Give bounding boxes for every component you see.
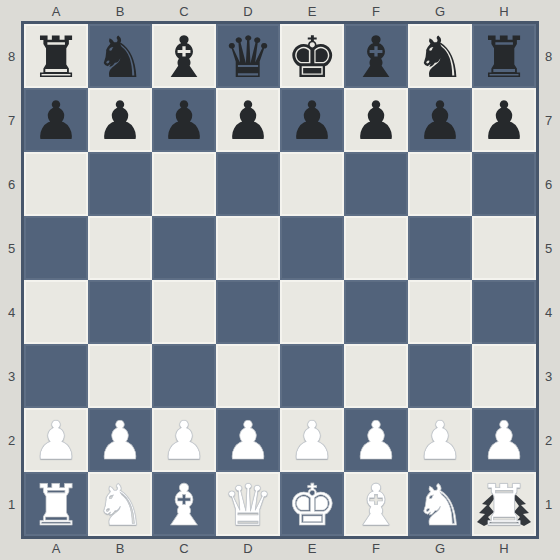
- piece-white-king: ♚: [286, 473, 337, 536]
- rank-label-7-right: 7: [539, 88, 558, 152]
- square-f6[interactable]: [344, 152, 408, 216]
- square-d6[interactable]: [216, 152, 280, 216]
- piece-black-king: ♚: [286, 25, 337, 88]
- square-h6[interactable]: [472, 152, 536, 216]
- square-d3[interactable]: [216, 344, 280, 408]
- file-label-b-top: B: [88, 2, 152, 21]
- rank-label-7-left: 7: [2, 88, 21, 152]
- file-label-f-bottom: F: [344, 539, 408, 558]
- piece-white-knight: ♞: [414, 473, 465, 536]
- square-e2[interactable]: ♟: [280, 408, 344, 472]
- square-d2[interactable]: ♟: [216, 408, 280, 472]
- square-b6[interactable]: [88, 152, 152, 216]
- square-d7[interactable]: ♟: [216, 88, 280, 152]
- square-g1[interactable]: ♞: [408, 472, 472, 536]
- piece-white-bishop: ♝: [158, 473, 209, 536]
- rank-label-3-left: 3: [2, 344, 21, 408]
- square-e5[interactable]: [280, 216, 344, 280]
- piece-white-knight: ♞: [94, 473, 145, 536]
- rank-labels-left: 87654321: [2, 24, 21, 536]
- piece-white-pawn: ♟: [96, 409, 144, 472]
- piece-white-pawn: ♟: [352, 409, 400, 472]
- piece-black-pawn: ♟: [352, 89, 400, 152]
- square-c2[interactable]: ♟: [152, 408, 216, 472]
- file-label-a-top: A: [24, 2, 88, 21]
- file-label-b-bottom: B: [88, 539, 152, 558]
- square-d1[interactable]: ♛: [216, 472, 280, 536]
- file-labels-top: ABCDEFGH: [24, 2, 536, 21]
- square-f1[interactable]: ♝: [344, 472, 408, 536]
- square-f7[interactable]: ♟: [344, 88, 408, 152]
- square-g2[interactable]: ♟: [408, 408, 472, 472]
- piece-black-rook: ♜: [478, 25, 529, 88]
- piece-black-pawn: ♟: [480, 89, 528, 152]
- rank-labels-right: 87654321: [539, 24, 558, 536]
- square-c8[interactable]: ♝: [152, 24, 216, 88]
- rank-label-5-right: 5: [539, 216, 558, 280]
- square-e4[interactable]: [280, 280, 344, 344]
- chess-board: ♜♞♝♛♚♝♞♜♟♟♟♟♟♟♟♟♟♟♟♟♟♟♟♟♜♞♝♛♚♝♞♜: [21, 21, 539, 539]
- square-g4[interactable]: [408, 280, 472, 344]
- piece-black-knight: ♞: [414, 25, 465, 88]
- piece-black-pawn: ♟: [96, 89, 144, 152]
- square-h1[interactable]: ♜: [472, 472, 536, 536]
- rank-label-1-left: 1: [2, 472, 21, 536]
- square-d8[interactable]: ♛: [216, 24, 280, 88]
- piece-black-rook: ♜: [30, 25, 81, 88]
- square-h7[interactable]: ♟: [472, 88, 536, 152]
- square-f5[interactable]: [344, 216, 408, 280]
- piece-white-rook: ♜: [478, 473, 529, 536]
- piece-white-pawn: ♟: [416, 409, 464, 472]
- square-h8[interactable]: ♜: [472, 24, 536, 88]
- square-a2[interactable]: ♟: [24, 408, 88, 472]
- square-e3[interactable]: [280, 344, 344, 408]
- piece-white-pawn: ♟: [288, 409, 336, 472]
- square-g8[interactable]: ♞: [408, 24, 472, 88]
- rank-label-1-right: 1: [539, 472, 558, 536]
- rank-label-5-left: 5: [2, 216, 21, 280]
- piece-white-rook: ♜: [30, 473, 81, 536]
- square-b3[interactable]: [88, 344, 152, 408]
- piece-black-pawn: ♟: [160, 89, 208, 152]
- file-labels-bottom: ABCDEFGH: [24, 539, 536, 558]
- square-b5[interactable]: [88, 216, 152, 280]
- piece-black-bishop: ♝: [158, 25, 209, 88]
- square-b1[interactable]: ♞: [88, 472, 152, 536]
- square-a8[interactable]: ♜: [24, 24, 88, 88]
- square-c4[interactable]: [152, 280, 216, 344]
- square-b7[interactable]: ♟: [88, 88, 152, 152]
- square-e8[interactable]: ♚: [280, 24, 344, 88]
- square-g7[interactable]: ♟: [408, 88, 472, 152]
- square-c3[interactable]: [152, 344, 216, 408]
- square-h3[interactable]: [472, 344, 536, 408]
- piece-black-pawn: ♟: [224, 89, 272, 152]
- rank-label-8-left: 8: [2, 24, 21, 88]
- piece-white-pawn: ♟: [32, 409, 80, 472]
- square-a4[interactable]: [24, 280, 88, 344]
- square-a3[interactable]: [24, 344, 88, 408]
- file-label-c-top: C: [152, 2, 216, 21]
- chess-app: ABCDEFGH ABCDEFGH 87654321 87654321 ♜♞♝♛…: [0, 0, 560, 560]
- file-label-h-top: H: [472, 2, 536, 21]
- rank-label-4-right: 4: [539, 280, 558, 344]
- square-d4[interactable]: [216, 280, 280, 344]
- file-label-g-bottom: G: [408, 539, 472, 558]
- piece-white-pawn: ♟: [160, 409, 208, 472]
- rank-label-2-left: 2: [2, 408, 21, 472]
- square-f2[interactable]: ♟: [344, 408, 408, 472]
- square-c1[interactable]: ♝: [152, 472, 216, 536]
- square-a1[interactable]: ♜: [24, 472, 88, 536]
- piece-black-bishop: ♝: [350, 25, 401, 88]
- square-f3[interactable]: [344, 344, 408, 408]
- square-c7[interactable]: ♟: [152, 88, 216, 152]
- square-h4[interactable]: [472, 280, 536, 344]
- rank-label-4-left: 4: [2, 280, 21, 344]
- square-d5[interactable]: [216, 216, 280, 280]
- square-b4[interactable]: [88, 280, 152, 344]
- piece-white-bishop: ♝: [350, 473, 401, 536]
- file-label-c-bottom: C: [152, 539, 216, 558]
- piece-white-pawn: ♟: [224, 409, 272, 472]
- rank-label-6-left: 6: [2, 152, 21, 216]
- square-g5[interactable]: [408, 216, 472, 280]
- rank-label-8-right: 8: [539, 24, 558, 88]
- square-a6[interactable]: [24, 152, 88, 216]
- square-h5[interactable]: [472, 216, 536, 280]
- square-f8[interactable]: ♝: [344, 24, 408, 88]
- square-a5[interactable]: [24, 216, 88, 280]
- square-e1[interactable]: ♚: [280, 472, 344, 536]
- square-f4[interactable]: [344, 280, 408, 344]
- square-b8[interactable]: ♞: [88, 24, 152, 88]
- file-label-f-top: F: [344, 2, 408, 21]
- rank-label-3-right: 3: [539, 344, 558, 408]
- piece-white-pawn: ♟: [480, 409, 528, 472]
- square-c6[interactable]: [152, 152, 216, 216]
- piece-white-queen: ♛: [222, 473, 273, 536]
- square-g3[interactable]: [408, 344, 472, 408]
- square-b2[interactable]: ♟: [88, 408, 152, 472]
- piece-black-queen: ♛: [222, 25, 273, 88]
- piece-black-pawn: ♟: [288, 89, 336, 152]
- piece-black-pawn: ♟: [32, 89, 80, 152]
- square-a7[interactable]: ♟: [24, 88, 88, 152]
- rank-label-6-right: 6: [539, 152, 558, 216]
- rank-label-2-right: 2: [539, 408, 558, 472]
- piece-black-knight: ♞: [94, 25, 145, 88]
- file-label-d-top: D: [216, 2, 280, 21]
- file-label-g-top: G: [408, 2, 472, 21]
- file-label-e-top: E: [280, 2, 344, 21]
- file-label-h-bottom: H: [472, 539, 536, 558]
- square-e7[interactable]: ♟: [280, 88, 344, 152]
- file-label-e-bottom: E: [280, 539, 344, 558]
- square-c5[interactable]: [152, 216, 216, 280]
- file-label-a-bottom: A: [24, 539, 88, 558]
- square-h2[interactable]: ♟: [472, 408, 536, 472]
- square-e6[interactable]: [280, 152, 344, 216]
- piece-black-pawn: ♟: [416, 89, 464, 152]
- file-label-d-bottom: D: [216, 539, 280, 558]
- square-g6[interactable]: [408, 152, 472, 216]
